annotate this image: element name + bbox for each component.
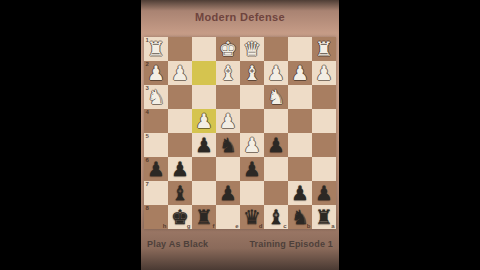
square-d1[interactable]: ♛: [240, 37, 264, 61]
square-b4[interactable]: [288, 109, 312, 133]
square-g6[interactable]: ♟: [168, 157, 192, 181]
square-h4[interactable]: 4: [144, 109, 168, 133]
piece-white-pawn[interactable]: ♟: [192, 109, 216, 133]
square-a4[interactable]: [312, 109, 336, 133]
square-e5[interactable]: ♞: [216, 133, 240, 157]
rank-label-4: 4: [146, 109, 149, 115]
square-c2[interactable]: ♟: [264, 61, 288, 85]
square-h3[interactable]: 3♞: [144, 85, 168, 109]
square-a1[interactable]: ♜: [312, 37, 336, 61]
square-f7[interactable]: [192, 181, 216, 205]
piece-black-king[interactable]: ♚: [168, 205, 192, 229]
square-d4[interactable]: [240, 109, 264, 133]
piece-black-bishop[interactable]: ♝: [264, 205, 288, 229]
square-f6[interactable]: [192, 157, 216, 181]
piece-white-pawn[interactable]: ♟: [288, 61, 312, 85]
piece-black-pawn[interactable]: ♟: [312, 181, 336, 205]
square-g8[interactable]: g♚: [168, 205, 192, 229]
square-h2[interactable]: 2♟: [144, 61, 168, 85]
square-g3[interactable]: [168, 85, 192, 109]
square-f2[interactable]: [192, 61, 216, 85]
square-b8[interactable]: b♞: [288, 205, 312, 229]
piece-black-pawn[interactable]: ♟: [216, 181, 240, 205]
square-c6[interactable]: [264, 157, 288, 181]
piece-white-bishop[interactable]: ♝: [240, 61, 264, 85]
rank-label-5: 5: [146, 133, 149, 139]
square-g2[interactable]: ♟: [168, 61, 192, 85]
square-e8[interactable]: e: [216, 205, 240, 229]
square-f3[interactable]: [192, 85, 216, 109]
square-g1[interactable]: [168, 37, 192, 61]
play-as-label: Play As Black: [147, 239, 208, 249]
piece-white-rook[interactable]: ♜: [144, 37, 168, 61]
square-a2[interactable]: ♟: [312, 61, 336, 85]
square-g4[interactable]: [168, 109, 192, 133]
app-screen: Modern Defense 1♜♚♛♜2♟♟♝♝♟♟♟3♞♞4♟♟5♟♞♟♟6…: [141, 0, 339, 270]
square-c3[interactable]: ♞: [264, 85, 288, 109]
square-g7[interactable]: ♝: [168, 181, 192, 205]
piece-white-pawn[interactable]: ♟: [216, 109, 240, 133]
file-label-e: e: [235, 223, 238, 229]
square-d7[interactable]: [240, 181, 264, 205]
square-c8[interactable]: c♝: [264, 205, 288, 229]
square-f4[interactable]: ♟: [192, 109, 216, 133]
square-d5[interactable]: ♟: [240, 133, 264, 157]
square-e3[interactable]: [216, 85, 240, 109]
training-episode-label: Training Episode 1: [249, 239, 333, 249]
piece-black-pawn[interactable]: ♟: [288, 181, 312, 205]
piece-white-pawn[interactable]: ♟: [264, 61, 288, 85]
piece-white-pawn[interactable]: ♟: [144, 61, 168, 85]
piece-white-pawn[interactable]: ♟: [240, 133, 264, 157]
square-f5[interactable]: ♟: [192, 133, 216, 157]
piece-black-pawn[interactable]: ♟: [240, 157, 264, 181]
piece-black-pawn[interactable]: ♟: [192, 133, 216, 157]
piece-white-bishop[interactable]: ♝: [216, 61, 240, 85]
square-h7[interactable]: 7: [144, 181, 168, 205]
piece-white-rook[interactable]: ♜: [312, 37, 336, 61]
piece-black-pawn[interactable]: ♟: [144, 157, 168, 181]
status-bar: Play As Black Training Episode 1: [141, 239, 339, 249]
square-h6[interactable]: 6♟: [144, 157, 168, 181]
piece-black-queen[interactable]: ♛: [240, 205, 264, 229]
square-d3[interactable]: [240, 85, 264, 109]
piece-white-knight[interactable]: ♞: [144, 85, 168, 109]
piece-white-pawn[interactable]: ♟: [312, 61, 336, 85]
square-e6[interactable]: [216, 157, 240, 181]
square-e1[interactable]: ♚: [216, 37, 240, 61]
square-a5[interactable]: [312, 133, 336, 157]
square-h5[interactable]: 5: [144, 133, 168, 157]
piece-black-bishop[interactable]: ♝: [168, 181, 192, 205]
rank-label-7: 7: [146, 181, 149, 187]
piece-white-queen[interactable]: ♛: [240, 37, 264, 61]
piece-black-rook[interactable]: ♜: [312, 205, 336, 229]
rank-label-8: 8: [146, 205, 149, 211]
piece-white-knight[interactable]: ♞: [264, 85, 288, 109]
square-d2[interactable]: ♝: [240, 61, 264, 85]
square-b3[interactable]: [288, 85, 312, 109]
square-c4[interactable]: [264, 109, 288, 133]
square-d8[interactable]: d♛: [240, 205, 264, 229]
opening-title: Modern Defense: [141, 11, 339, 23]
square-c5[interactable]: ♟: [264, 133, 288, 157]
file-label-h: h: [163, 223, 167, 229]
piece-white-pawn[interactable]: ♟: [168, 61, 192, 85]
square-e7[interactable]: ♟: [216, 181, 240, 205]
square-b2[interactable]: ♟: [288, 61, 312, 85]
square-b6[interactable]: [288, 157, 312, 181]
piece-black-pawn[interactable]: ♟: [168, 157, 192, 181]
square-b7[interactable]: ♟: [288, 181, 312, 205]
chess-board[interactable]: 1♜♚♛♜2♟♟♝♝♟♟♟3♞♞4♟♟5♟♞♟♟6♟♟♟7♝♟♟♟8hg♚f♜e…: [144, 37, 336, 229]
letterbox-right: [339, 0, 480, 270]
piece-white-king[interactable]: ♚: [216, 37, 240, 61]
letterbox-left: [0, 0, 141, 270]
piece-black-knight[interactable]: ♞: [288, 205, 312, 229]
piece-black-pawn[interactable]: ♟: [264, 133, 288, 157]
square-a7[interactable]: ♟: [312, 181, 336, 205]
square-b5[interactable]: [288, 133, 312, 157]
square-a6[interactable]: [312, 157, 336, 181]
square-d6[interactable]: ♟: [240, 157, 264, 181]
piece-black-knight[interactable]: ♞: [216, 133, 240, 157]
square-c1[interactable]: [264, 37, 288, 61]
square-c7[interactable]: [264, 181, 288, 205]
square-g5[interactable]: [168, 133, 192, 157]
square-h8[interactable]: 8h: [144, 205, 168, 229]
square-f1[interactable]: [192, 37, 216, 61]
square-e2[interactable]: ♝: [216, 61, 240, 85]
piece-black-rook[interactable]: ♜: [192, 205, 216, 229]
square-a3[interactable]: [312, 85, 336, 109]
square-h1[interactable]: 1♜: [144, 37, 168, 61]
square-f8[interactable]: f♜: [192, 205, 216, 229]
square-a8[interactable]: a♜: [312, 205, 336, 229]
square-e4[interactable]: ♟: [216, 109, 240, 133]
square-b1[interactable]: [288, 37, 312, 61]
